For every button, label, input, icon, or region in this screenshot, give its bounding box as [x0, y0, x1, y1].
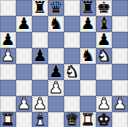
square-f7[interactable]: ♟: [80, 16, 96, 32]
square-d1[interactable]: [48, 112, 64, 127]
square-c5[interactable]: ♟: [32, 48, 48, 64]
piece-black-rook[interactable]: ♜: [33, 0, 47, 16]
square-f5[interactable]: ♞: [80, 48, 96, 64]
square-a5[interactable]: ♟: [0, 48, 16, 64]
piece-white-bishop[interactable]: ♝: [33, 112, 47, 127]
square-a3[interactable]: [0, 80, 16, 96]
square-a8[interactable]: [0, 0, 16, 16]
piece-white-rook[interactable]: ♜: [1, 112, 15, 127]
square-e1[interactable]: ♛: [64, 112, 80, 127]
square-e8[interactable]: [64, 0, 80, 16]
piece-black-knight[interactable]: ♞: [49, 16, 63, 32]
chess-board: ♜♛♜♚♟♞♟♝♟♟♟♟♞♞♟♞♟♟♟♟♟♜♝♛♜♚: [0, 0, 128, 127]
square-h7[interactable]: [112, 16, 128, 32]
square-c8[interactable]: ♜: [32, 0, 48, 16]
piece-white-queen[interactable]: ♛: [65, 112, 79, 127]
square-h4[interactable]: [112, 64, 128, 80]
piece-white-knight[interactable]: ♞: [97, 48, 111, 64]
square-h5[interactable]: [112, 48, 128, 64]
square-g1[interactable]: ♚: [96, 112, 112, 127]
piece-white-pawn[interactable]: ♟: [49, 80, 63, 96]
piece-black-pawn[interactable]: ♟: [33, 48, 47, 64]
square-e7[interactable]: [64, 16, 80, 32]
square-h8[interactable]: [112, 0, 128, 16]
piece-black-pawn[interactable]: ♟: [17, 16, 31, 32]
piece-white-knight[interactable]: ♞: [65, 64, 79, 80]
square-d3[interactable]: ♟: [48, 80, 64, 96]
square-b6[interactable]: [16, 32, 32, 48]
piece-white-pawn[interactable]: ♟: [1, 48, 15, 64]
square-e3[interactable]: [64, 80, 80, 96]
square-c4[interactable]: [32, 64, 48, 80]
piece-white-king[interactable]: ♚: [97, 112, 111, 127]
square-b1[interactable]: [16, 112, 32, 127]
square-b4[interactable]: [16, 64, 32, 80]
square-f4[interactable]: [80, 64, 96, 80]
square-d6[interactable]: [48, 32, 64, 48]
square-d2[interactable]: [48, 96, 64, 112]
square-b2[interactable]: ♟: [16, 96, 32, 112]
piece-black-pawn[interactable]: ♟: [81, 16, 95, 32]
square-h1[interactable]: [112, 112, 128, 127]
square-b7[interactable]: ♟: [16, 16, 32, 32]
square-e6[interactable]: [64, 32, 80, 48]
square-a1[interactable]: ♜: [0, 112, 16, 127]
piece-white-rook[interactable]: ♜: [81, 112, 95, 127]
square-h6[interactable]: [112, 32, 128, 48]
square-g4[interactable]: [96, 64, 112, 80]
square-f1[interactable]: ♜: [80, 112, 96, 127]
square-c7[interactable]: [32, 16, 48, 32]
square-g5[interactable]: ♞: [96, 48, 112, 64]
square-d7[interactable]: ♞: [48, 16, 64, 32]
square-a4[interactable]: [0, 64, 16, 80]
piece-black-knight[interactable]: ♞: [81, 48, 95, 64]
square-e4[interactable]: ♞: [64, 64, 80, 80]
square-f3[interactable]: [80, 80, 96, 96]
square-c1[interactable]: ♝: [32, 112, 48, 127]
square-h2[interactable]: ♟: [112, 96, 128, 112]
piece-white-pawn[interactable]: ♟: [17, 96, 31, 112]
piece-white-pawn[interactable]: ♟: [113, 96, 127, 112]
square-b5[interactable]: [16, 48, 32, 64]
